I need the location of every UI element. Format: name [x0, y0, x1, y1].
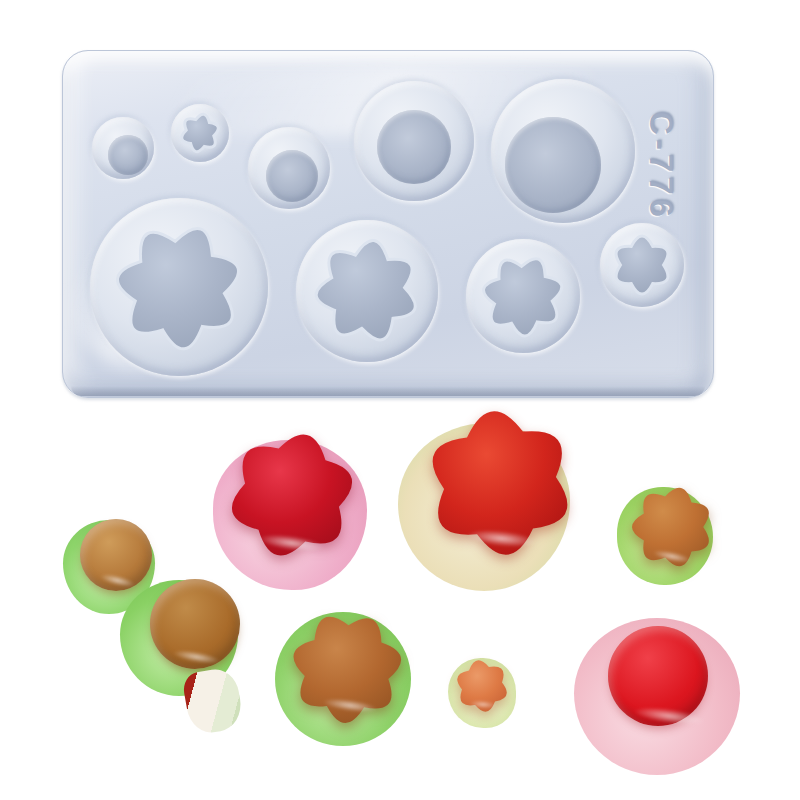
mold-cavity-circle: [248, 127, 330, 209]
mold-cavity-flower-shape: [296, 220, 438, 362]
pink-dome-red-top: [574, 618, 740, 775]
mold-cavity-deep-circle: [377, 110, 451, 184]
mold-cavity-flower-shape: [171, 104, 229, 162]
flower-pudding-pink: [213, 440, 367, 590]
flower-pudding-pink-top: [213, 440, 367, 590]
mold-cavity-deep-circle: [266, 150, 318, 202]
green-circle-flower-top: [617, 487, 713, 585]
green-flower-pudding: [275, 612, 411, 746]
mold-cavity-flower-shape: [466, 239, 580, 353]
flower-pudding-cream-top: [398, 423, 570, 591]
mold-cavity-flower: [90, 198, 268, 376]
mold-cavity-flower-shape: [90, 198, 268, 376]
green-flower-pudding-top: [275, 612, 411, 746]
silicone-mold: C-776: [62, 50, 714, 398]
mold-cavity-flower: [466, 239, 580, 353]
mini-cylinder-piece-base: [181, 666, 245, 736]
mold-cavity-circle: [491, 79, 635, 223]
product-photo-scene: C-776: [0, 0, 800, 800]
mini-cylinder-piece: [186, 670, 240, 732]
mold-cavity-flower: [296, 220, 438, 362]
mold-cavity-flower: [171, 104, 229, 162]
mold-label-text: C-776: [641, 91, 681, 241]
mold-cavity-deep-circle: [108, 135, 148, 175]
mold-cavity-circle: [92, 117, 154, 179]
pale-flower-tiny-top: [448, 658, 516, 728]
green-circle-flower: [617, 487, 713, 585]
mold-cavity-circle: [354, 81, 474, 201]
mold-cavity-flower: [600, 223, 684, 307]
mold-cavity-deep-circle: [505, 117, 601, 213]
flower-pudding-cream: [398, 423, 570, 591]
mold-cavity-flower-shape: [600, 223, 684, 307]
pale-flower-tiny: [448, 658, 516, 728]
